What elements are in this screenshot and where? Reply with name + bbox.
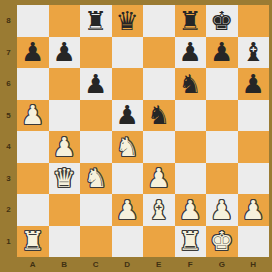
piece-black-knight[interactable]: ♞ bbox=[147, 102, 170, 128]
square-a1[interactable]: ♜ bbox=[17, 226, 49, 258]
square-d3[interactable] bbox=[112, 163, 144, 195]
rank-labels: 87654321 bbox=[0, 5, 17, 257]
square-h8[interactable] bbox=[238, 5, 270, 37]
piece-black-rook[interactable]: ♜ bbox=[179, 8, 202, 34]
square-c2[interactable] bbox=[80, 194, 112, 226]
rank-label-8: 8 bbox=[0, 5, 17, 37]
square-b7[interactable]: ♟ bbox=[49, 37, 81, 69]
file-label-a: A bbox=[17, 257, 49, 272]
square-b2[interactable] bbox=[49, 194, 81, 226]
piece-white-knight[interactable]: ♞ bbox=[116, 134, 139, 160]
piece-white-pawn[interactable]: ♟ bbox=[210, 197, 233, 223]
piece-white-knight[interactable]: ♞ bbox=[84, 165, 107, 191]
piece-white-pawn[interactable]: ♟ bbox=[21, 102, 44, 128]
file-label-e: E bbox=[143, 257, 175, 272]
square-g7[interactable]: ♟ bbox=[206, 37, 238, 69]
square-d2[interactable]: ♟ bbox=[112, 194, 144, 226]
file-label-c: C bbox=[80, 257, 112, 272]
square-h4[interactable] bbox=[238, 131, 270, 163]
rank-label-5: 5 bbox=[0, 100, 17, 132]
piece-white-rook[interactable]: ♜ bbox=[179, 228, 202, 254]
square-e4[interactable] bbox=[143, 131, 175, 163]
file-label-f: F bbox=[175, 257, 207, 272]
square-e2[interactable]: ♝ bbox=[143, 194, 175, 226]
rank-label-7: 7 bbox=[0, 37, 17, 69]
square-a6[interactable] bbox=[17, 68, 49, 100]
square-d4[interactable]: ♞ bbox=[112, 131, 144, 163]
square-f3[interactable] bbox=[175, 163, 207, 195]
piece-black-pawn[interactable]: ♟ bbox=[116, 102, 139, 128]
rank-label-3: 3 bbox=[0, 163, 17, 195]
piece-black-queen[interactable]: ♛ bbox=[116, 8, 139, 34]
piece-black-rook[interactable]: ♜ bbox=[84, 8, 107, 34]
square-c1[interactable] bbox=[80, 226, 112, 258]
piece-white-rook[interactable]: ♜ bbox=[21, 228, 44, 254]
chess-board: ♜♛♜♚♟♟♟♟♝♟♞♟♟♟♞♟♞♛♞♟♟♝♟♟♟♜♜♚ bbox=[17, 5, 269, 257]
piece-black-pawn[interactable]: ♟ bbox=[210, 39, 233, 65]
square-a8[interactable] bbox=[17, 5, 49, 37]
piece-black-pawn[interactable]: ♟ bbox=[21, 39, 44, 65]
square-c3[interactable]: ♞ bbox=[80, 163, 112, 195]
square-f4[interactable] bbox=[175, 131, 207, 163]
square-g3[interactable] bbox=[206, 163, 238, 195]
file-labels: ABCDEFGH bbox=[17, 257, 269, 272]
square-h1[interactable] bbox=[238, 226, 270, 258]
square-d7[interactable] bbox=[112, 37, 144, 69]
square-g8[interactable]: ♚ bbox=[206, 5, 238, 37]
square-f7[interactable]: ♟ bbox=[175, 37, 207, 69]
piece-black-pawn[interactable]: ♟ bbox=[53, 39, 76, 65]
square-a4[interactable] bbox=[17, 131, 49, 163]
file-label-b: B bbox=[49, 257, 81, 272]
piece-black-king[interactable]: ♚ bbox=[210, 8, 233, 34]
square-e6[interactable] bbox=[143, 68, 175, 100]
file-label-d: D bbox=[112, 257, 144, 272]
square-a7[interactable]: ♟ bbox=[17, 37, 49, 69]
square-b1[interactable] bbox=[49, 226, 81, 258]
square-g2[interactable]: ♟ bbox=[206, 194, 238, 226]
square-a2[interactable] bbox=[17, 194, 49, 226]
square-b8[interactable] bbox=[49, 5, 81, 37]
square-e8[interactable] bbox=[143, 5, 175, 37]
piece-black-pawn[interactable]: ♟ bbox=[242, 71, 265, 97]
square-f5[interactable] bbox=[175, 100, 207, 132]
piece-white-pawn[interactable]: ♟ bbox=[179, 197, 202, 223]
square-c8[interactable]: ♜ bbox=[80, 5, 112, 37]
square-h2[interactable]: ♟ bbox=[238, 194, 270, 226]
square-d1[interactable] bbox=[112, 226, 144, 258]
piece-white-king[interactable]: ♚ bbox=[210, 228, 233, 254]
square-d5[interactable]: ♟ bbox=[112, 100, 144, 132]
piece-white-pawn[interactable]: ♟ bbox=[116, 197, 139, 223]
square-g6[interactable] bbox=[206, 68, 238, 100]
square-h3[interactable] bbox=[238, 163, 270, 195]
square-c6[interactable]: ♟ bbox=[80, 68, 112, 100]
square-h5[interactable] bbox=[238, 100, 270, 132]
square-g4[interactable] bbox=[206, 131, 238, 163]
rank-label-2: 2 bbox=[0, 194, 17, 226]
piece-black-pawn[interactable]: ♟ bbox=[84, 71, 107, 97]
piece-black-knight[interactable]: ♞ bbox=[179, 71, 202, 97]
piece-white-bishop[interactable]: ♝ bbox=[147, 197, 170, 223]
piece-white-pawn[interactable]: ♟ bbox=[147, 165, 170, 191]
square-g5[interactable] bbox=[206, 100, 238, 132]
square-f2[interactable]: ♟ bbox=[175, 194, 207, 226]
piece-white-pawn[interactable]: ♟ bbox=[53, 134, 76, 160]
square-h6[interactable]: ♟ bbox=[238, 68, 270, 100]
chess-board-frame: 87654321 ♜♛♜♚♟♟♟♟♝♟♞♟♟♟♞♟♞♛♞♟♟♝♟♟♟♜♜♚ AB… bbox=[0, 0, 272, 272]
square-h7[interactable]: ♝ bbox=[238, 37, 270, 69]
rank-label-6: 6 bbox=[0, 68, 17, 100]
piece-white-pawn[interactable]: ♟ bbox=[242, 197, 265, 223]
square-b5[interactable] bbox=[49, 100, 81, 132]
square-e5[interactable]: ♞ bbox=[143, 100, 175, 132]
square-c4[interactable] bbox=[80, 131, 112, 163]
square-f6[interactable]: ♞ bbox=[175, 68, 207, 100]
square-d6[interactable] bbox=[112, 68, 144, 100]
square-e1[interactable] bbox=[143, 226, 175, 258]
square-e7[interactable] bbox=[143, 37, 175, 69]
square-f8[interactable]: ♜ bbox=[175, 5, 207, 37]
file-label-g: G bbox=[206, 257, 238, 272]
square-g1[interactable]: ♚ bbox=[206, 226, 238, 258]
file-label-h: H bbox=[238, 257, 270, 272]
square-c7[interactable] bbox=[80, 37, 112, 69]
square-a5[interactable]: ♟ bbox=[17, 100, 49, 132]
square-d8[interactable]: ♛ bbox=[112, 5, 144, 37]
piece-black-bishop[interactable]: ♝ bbox=[242, 39, 265, 65]
square-b6[interactable] bbox=[49, 68, 81, 100]
piece-white-queen[interactable]: ♛ bbox=[53, 165, 76, 191]
square-f1[interactable]: ♜ bbox=[175, 226, 207, 258]
square-b3[interactable]: ♛ bbox=[49, 163, 81, 195]
rank-label-1: 1 bbox=[0, 226, 17, 258]
square-e3[interactable]: ♟ bbox=[143, 163, 175, 195]
square-b4[interactable]: ♟ bbox=[49, 131, 81, 163]
piece-black-pawn[interactable]: ♟ bbox=[179, 39, 202, 65]
square-a3[interactable] bbox=[17, 163, 49, 195]
rank-label-4: 4 bbox=[0, 131, 17, 163]
square-c5[interactable] bbox=[80, 100, 112, 132]
